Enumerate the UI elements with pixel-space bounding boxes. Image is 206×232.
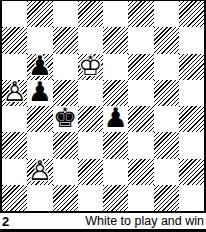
square-g2[interactable] — [154, 159, 179, 185]
square-c2[interactable] — [53, 159, 78, 185]
square-e7[interactable] — [103, 27, 128, 53]
square-d2[interactable] — [78, 159, 103, 185]
square-h8[interactable] — [179, 1, 204, 27]
square-e2[interactable] — [103, 159, 128, 185]
square-f5[interactable] — [128, 80, 153, 106]
caption-bar: 2 White to play and win — [0, 213, 206, 229]
square-h1[interactable] — [179, 185, 204, 211]
square-a3[interactable] — [2, 132, 27, 158]
square-f2[interactable] — [128, 159, 153, 185]
square-a7[interactable] — [2, 27, 27, 53]
piece-black-pawn: ♟ — [103, 106, 128, 132]
square-b5[interactable]: ♟ — [27, 80, 52, 106]
bottom-rule — [0, 229, 206, 232]
square-a4[interactable] — [2, 106, 27, 132]
square-h5[interactable] — [179, 80, 204, 106]
square-e4[interactable]: ♟ — [103, 106, 128, 132]
square-f6[interactable] — [128, 54, 153, 80]
piece-white-pawn: ♟♙ — [27, 159, 52, 185]
square-g6[interactable] — [154, 54, 179, 80]
square-g3[interactable] — [154, 132, 179, 158]
square-d1[interactable] — [78, 185, 103, 211]
chess-diagram-page: ♟♚♔♟♙♟♚♟♟♙ 2 White to play and win — [0, 0, 206, 232]
square-f3[interactable] — [128, 132, 153, 158]
square-a1[interactable] — [2, 185, 27, 211]
square-d4[interactable] — [78, 106, 103, 132]
square-a8[interactable] — [2, 1, 27, 27]
square-f7[interactable] — [128, 27, 153, 53]
square-c1[interactable] — [53, 185, 78, 211]
square-h4[interactable] — [179, 106, 204, 132]
square-e8[interactable] — [103, 1, 128, 27]
square-c7[interactable] — [53, 27, 78, 53]
square-c4[interactable]: ♚ — [53, 106, 78, 132]
square-e1[interactable] — [103, 185, 128, 211]
square-h2[interactable] — [179, 159, 204, 185]
diagram-number: 2 — [2, 214, 9, 229]
square-f4[interactable] — [128, 106, 153, 132]
square-g1[interactable] — [154, 185, 179, 211]
square-d3[interactable] — [78, 132, 103, 158]
square-c3[interactable] — [53, 132, 78, 158]
piece-black-king: ♚ — [53, 106, 78, 132]
square-d5[interactable] — [78, 80, 103, 106]
square-b8[interactable] — [27, 1, 52, 27]
square-f1[interactable] — [128, 185, 153, 211]
square-h3[interactable] — [179, 132, 204, 158]
square-c6[interactable] — [53, 54, 78, 80]
piece-white-pawn: ♟♙ — [2, 80, 27, 106]
square-g7[interactable] — [154, 27, 179, 53]
square-f8[interactable] — [128, 1, 153, 27]
piece-white-king: ♚♔ — [78, 54, 103, 80]
square-e6[interactable] — [103, 54, 128, 80]
square-b2[interactable]: ♟♙ — [27, 159, 52, 185]
instruction-text: White to play and win — [85, 214, 204, 228]
square-e3[interactable] — [103, 132, 128, 158]
chess-board: ♟♚♔♟♙♟♚♟♟♙ — [0, 0, 206, 213]
square-d8[interactable] — [78, 1, 103, 27]
square-g5[interactable] — [154, 80, 179, 106]
square-c8[interactable] — [53, 1, 78, 27]
square-g4[interactable] — [154, 106, 179, 132]
square-h6[interactable] — [179, 54, 204, 80]
square-b4[interactable] — [27, 106, 52, 132]
square-a5[interactable]: ♟♙ — [2, 80, 27, 106]
square-a2[interactable] — [2, 159, 27, 185]
square-h7[interactable] — [179, 27, 204, 53]
square-g8[interactable] — [154, 1, 179, 27]
square-b1[interactable] — [27, 185, 52, 211]
square-d6[interactable]: ♚♔ — [78, 54, 103, 80]
piece-black-pawn: ♟ — [27, 80, 52, 106]
